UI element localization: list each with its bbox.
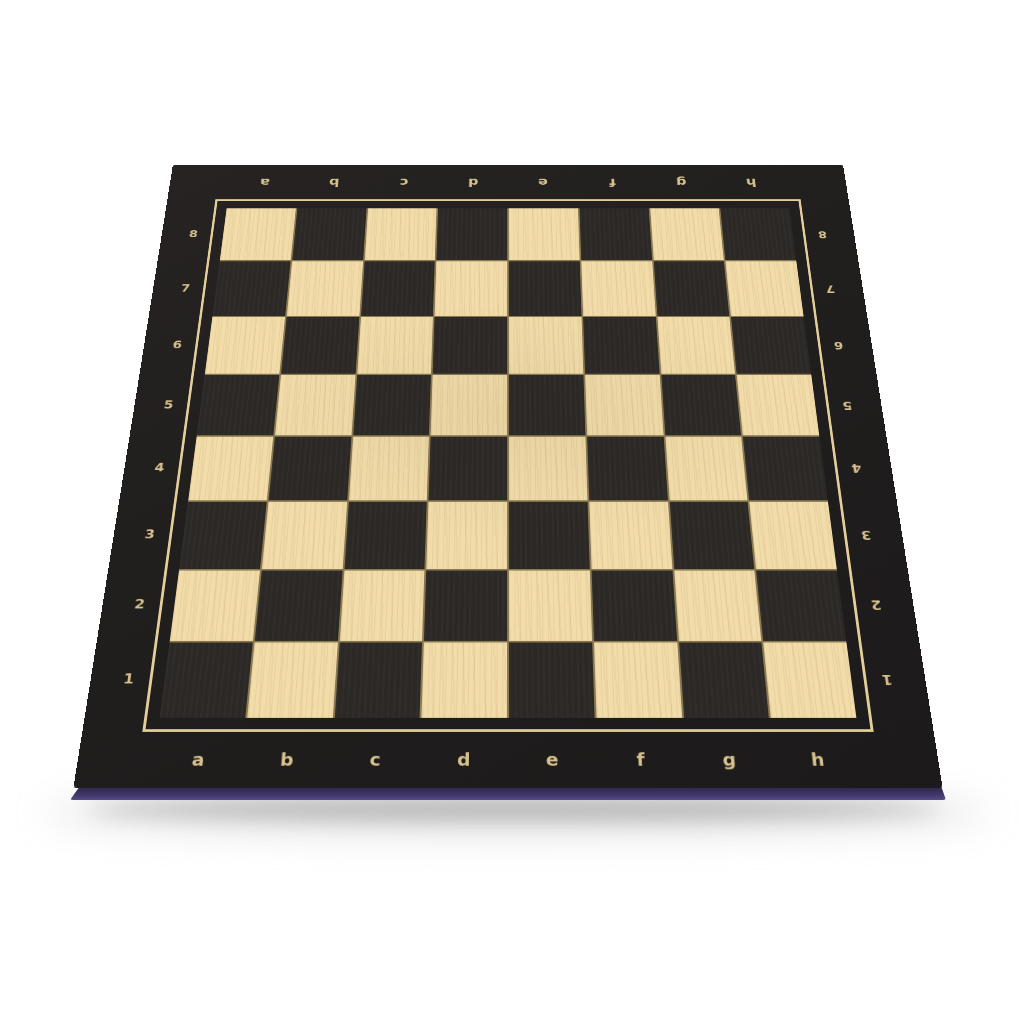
square-a4[interactable] <box>188 437 273 500</box>
square-e8[interactable] <box>509 208 580 260</box>
square-b8[interactable] <box>292 208 366 260</box>
board-side-edge <box>70 786 946 800</box>
square-c2[interactable] <box>339 570 424 641</box>
square-f8[interactable] <box>579 208 651 260</box>
square-c4[interactable] <box>349 437 430 500</box>
square-b5[interactable] <box>275 375 355 435</box>
square-g3[interactable] <box>669 502 754 569</box>
square-a8[interactable] <box>220 208 296 260</box>
file-label-top-c: c <box>399 177 408 188</box>
rank-label-left-3: 3 <box>144 528 156 540</box>
square-b2[interactable] <box>255 570 343 641</box>
file-label-bottom-d: d <box>457 751 471 768</box>
file-label-top-h: h <box>745 177 757 188</box>
square-b7[interactable] <box>287 261 363 315</box>
square-b3[interactable] <box>262 502 347 569</box>
square-h3[interactable] <box>750 502 837 569</box>
square-h8[interactable] <box>720 208 796 260</box>
square-g1[interactable] <box>679 643 769 718</box>
rank-label-right-3: 3 <box>860 528 872 540</box>
square-d8[interactable] <box>437 208 508 260</box>
square-c5[interactable] <box>353 375 431 435</box>
file-label-bottom-c: c <box>369 751 381 768</box>
square-b4[interactable] <box>268 437 351 500</box>
rank-label-right-2: 2 <box>870 598 882 611</box>
square-f2[interactable] <box>591 570 676 641</box>
chessboard: a b c d e f g h a b c d e f g h 8 7 6 5 … <box>73 165 942 788</box>
square-g4[interactable] <box>665 437 748 500</box>
square-h5[interactable] <box>737 375 819 435</box>
square-a7[interactable] <box>213 261 291 315</box>
file-label-top-g: g <box>676 177 687 188</box>
square-a3[interactable] <box>179 502 266 569</box>
square-g8[interactable] <box>650 208 724 260</box>
square-c1[interactable] <box>334 643 422 718</box>
square-d5[interactable] <box>431 375 507 435</box>
square-e4[interactable] <box>509 437 587 500</box>
square-d3[interactable] <box>426 502 507 569</box>
rank-label-right-6: 6 <box>833 340 844 350</box>
square-g7[interactable] <box>653 261 729 315</box>
rank-label-right-1: 1 <box>881 672 894 686</box>
product-photo: a b c d e f g h a b c d e f g h 8 7 6 5 … <box>0 0 1024 1019</box>
rank-label-left-5: 5 <box>163 400 174 411</box>
rank-label-left-2: 2 <box>133 598 145 611</box>
square-d4[interactable] <box>429 437 507 500</box>
rank-label-left-1: 1 <box>122 672 135 686</box>
square-a5[interactable] <box>197 375 279 435</box>
file-label-top-e: e <box>538 177 548 188</box>
file-label-bottom-a: a <box>191 751 206 768</box>
square-f3[interactable] <box>589 502 672 569</box>
square-d6[interactable] <box>433 317 507 374</box>
file-label-top-f: f <box>609 177 616 188</box>
square-h6[interactable] <box>731 317 811 374</box>
square-b1[interactable] <box>247 643 337 718</box>
square-f4[interactable] <box>587 437 668 500</box>
square-a2[interactable] <box>170 570 260 641</box>
square-h2[interactable] <box>756 570 846 641</box>
square-e7[interactable] <box>509 261 581 315</box>
square-e1[interactable] <box>509 643 594 718</box>
square-h1[interactable] <box>764 643 857 718</box>
square-e3[interactable] <box>509 502 590 569</box>
square-c3[interactable] <box>344 502 427 569</box>
square-e6[interactable] <box>509 317 583 374</box>
square-h7[interactable] <box>726 261 804 315</box>
square-c8[interactable] <box>364 208 436 260</box>
file-label-bottom-g: g <box>722 751 737 768</box>
square-g5[interactable] <box>661 375 741 435</box>
rank-label-right-8: 8 <box>818 230 828 239</box>
file-labels-bottom: a b c d e f g h <box>152 744 864 775</box>
file-label-top-d: d <box>468 177 479 188</box>
square-d1[interactable] <box>422 643 507 718</box>
rank-label-left-8: 8 <box>188 230 198 239</box>
file-label-top-b: b <box>329 177 340 188</box>
square-f1[interactable] <box>594 643 682 718</box>
square-g2[interactable] <box>674 570 762 641</box>
rank-label-left-7: 7 <box>180 284 190 294</box>
file-labels-top: a b c d e f g h <box>229 173 787 192</box>
file-label-top-a: a <box>259 177 270 188</box>
square-g6[interactable] <box>657 317 735 374</box>
square-c6[interactable] <box>357 317 433 374</box>
square-b6[interactable] <box>281 317 359 374</box>
square-f6[interactable] <box>583 317 659 374</box>
square-f7[interactable] <box>581 261 655 315</box>
rank-label-left-4: 4 <box>154 462 165 473</box>
rank-label-right-4: 4 <box>851 462 862 473</box>
square-a1[interactable] <box>160 643 253 718</box>
file-label-bottom-f: f <box>636 751 645 768</box>
file-label-bottom-b: b <box>279 751 294 768</box>
board-squares <box>160 208 857 717</box>
square-d2[interactable] <box>424 570 507 641</box>
board-shadow <box>88 798 940 820</box>
square-d7[interactable] <box>435 261 507 315</box>
square-a6[interactable] <box>205 317 285 374</box>
rank-label-right-5: 5 <box>842 400 853 411</box>
square-h4[interactable] <box>743 437 828 500</box>
square-c7[interactable] <box>361 261 435 315</box>
rank-label-left-6: 6 <box>172 340 183 350</box>
square-f5[interactable] <box>585 375 663 435</box>
square-e2[interactable] <box>509 570 592 641</box>
file-label-bottom-e: e <box>546 751 559 768</box>
rank-label-right-7: 7 <box>825 284 835 294</box>
square-e5[interactable] <box>509 375 585 435</box>
file-label-bottom-h: h <box>810 751 825 768</box>
